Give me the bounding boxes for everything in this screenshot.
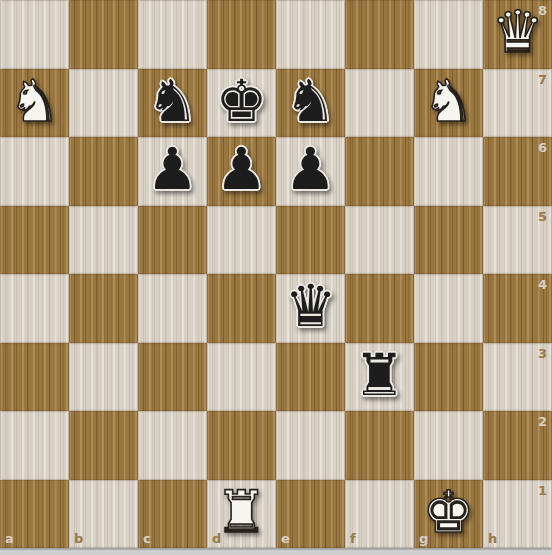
square-c3[interactable] [138,343,207,412]
square-h2[interactable]: 2 [483,411,552,480]
square-e4[interactable]: ♛ [276,274,345,343]
piece-black-pawn[interactable]: ♟ [285,140,337,198]
piece-black-king[interactable]: ♚ [216,72,268,130]
square-h8[interactable]: ♛8 [483,0,552,69]
square-c8[interactable] [138,0,207,69]
square-d1[interactable]: ♜d [207,480,276,549]
rank-label-3: 3 [538,346,547,361]
file-label-f: f [350,531,356,546]
square-b2[interactable] [69,411,138,480]
square-a1[interactable]: a [0,480,69,549]
square-f1[interactable]: f [345,480,414,549]
square-f3[interactable]: ♜ [345,343,414,412]
square-f7[interactable] [345,69,414,138]
square-b1[interactable]: b [69,480,138,549]
rank-label-7: 7 [538,72,547,87]
square-f6[interactable] [345,137,414,206]
bottom-bar [0,548,552,555]
square-a5[interactable] [0,206,69,275]
square-f8[interactable] [345,0,414,69]
file-label-c: c [143,531,151,546]
square-c4[interactable] [138,274,207,343]
piece-white-king[interactable]: ♚ [423,483,475,541]
square-h1[interactable]: 1h [483,480,552,549]
square-e2[interactable] [276,411,345,480]
rank-label-6: 6 [538,140,547,155]
square-e7[interactable]: ♞ [276,69,345,138]
file-label-h: h [488,531,497,546]
square-g2[interactable] [414,411,483,480]
square-c1[interactable]: c [138,480,207,549]
square-c6[interactable]: ♟ [138,137,207,206]
rank-label-1: 1 [538,483,547,498]
square-h5[interactable]: 5 [483,206,552,275]
piece-black-queen[interactable]: ♛ [285,277,337,335]
square-f2[interactable] [345,411,414,480]
piece-black-rook[interactable]: ♜ [354,346,406,404]
chess-board-window: ♛8♞♞♚♞♞7♟♟♟65♛4♜32abc♜def♚g1h [0,0,552,555]
square-b4[interactable] [69,274,138,343]
square-g4[interactable] [414,274,483,343]
square-g8[interactable] [414,0,483,69]
square-a6[interactable] [0,137,69,206]
file-label-a: a [5,531,14,546]
piece-white-rook[interactable]: ♜ [216,483,268,541]
file-label-e: e [281,531,290,546]
rank-label-2: 2 [538,414,547,429]
square-h4[interactable]: 4 [483,274,552,343]
square-a8[interactable] [0,0,69,69]
square-c5[interactable] [138,206,207,275]
rank-label-4: 4 [538,277,547,292]
square-b3[interactable] [69,343,138,412]
square-d2[interactable] [207,411,276,480]
chess-board: ♛8♞♞♚♞♞7♟♟♟65♛4♜32abc♜def♚g1h [0,0,552,548]
square-a3[interactable] [0,343,69,412]
square-a2[interactable] [0,411,69,480]
square-a7[interactable]: ♞ [0,69,69,138]
piece-black-pawn[interactable]: ♟ [147,140,199,198]
piece-white-knight[interactable]: ♞ [9,72,61,130]
square-g1[interactable]: ♚g [414,480,483,549]
piece-white-queen[interactable]: ♛ [492,3,544,61]
square-g6[interactable] [414,137,483,206]
square-c7[interactable]: ♞ [138,69,207,138]
square-g5[interactable] [414,206,483,275]
piece-black-pawn[interactable]: ♟ [216,140,268,198]
square-d4[interactable] [207,274,276,343]
square-e8[interactable] [276,0,345,69]
square-f4[interactable] [345,274,414,343]
square-e1[interactable]: e [276,480,345,549]
square-e5[interactable] [276,206,345,275]
square-h6[interactable]: 6 [483,137,552,206]
piece-white-knight[interactable]: ♞ [423,72,475,130]
square-b6[interactable] [69,137,138,206]
square-h3[interactable]: 3 [483,343,552,412]
square-d7[interactable]: ♚ [207,69,276,138]
square-g3[interactable] [414,343,483,412]
piece-black-knight[interactable]: ♞ [285,72,337,130]
square-h7[interactable]: 7 [483,69,552,138]
square-d8[interactable] [207,0,276,69]
square-e6[interactable]: ♟ [276,137,345,206]
square-b5[interactable] [69,206,138,275]
square-b7[interactable] [69,69,138,138]
square-b8[interactable] [69,0,138,69]
piece-black-knight[interactable]: ♞ [147,72,199,130]
square-f5[interactable] [345,206,414,275]
square-d5[interactable] [207,206,276,275]
square-c2[interactable] [138,411,207,480]
file-label-b: b [74,531,83,546]
square-d6[interactable]: ♟ [207,137,276,206]
rank-label-5: 5 [538,209,547,224]
square-d3[interactable] [207,343,276,412]
square-a4[interactable] [0,274,69,343]
square-g7[interactable]: ♞ [414,69,483,138]
square-e3[interactable] [276,343,345,412]
